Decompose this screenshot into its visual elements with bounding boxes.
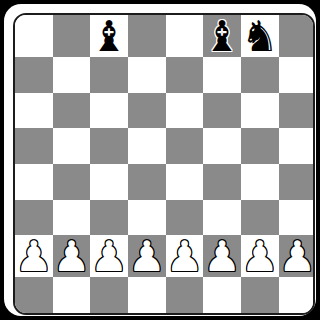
square-c5[interactable] xyxy=(90,128,128,164)
square-h1[interactable] xyxy=(279,277,315,313)
square-b8[interactable] xyxy=(53,15,91,57)
piece-black-bishop-c8[interactable]: ♝ xyxy=(90,16,128,58)
square-g7[interactable] xyxy=(241,57,279,93)
square-b1[interactable] xyxy=(53,277,91,313)
piece-black-knight-g8[interactable]: ♞ xyxy=(241,16,279,58)
square-c7[interactable] xyxy=(90,57,128,93)
square-e5[interactable] xyxy=(166,128,204,164)
square-c6[interactable] xyxy=(90,93,128,129)
square-g1[interactable] xyxy=(241,277,279,313)
page-background: { "game": "chess", "position": { "fen": … xyxy=(0,0,320,320)
square-e7[interactable] xyxy=(166,57,204,93)
square-e1[interactable] xyxy=(166,277,204,313)
square-h3[interactable] xyxy=(279,200,315,236)
square-g4[interactable] xyxy=(241,164,279,200)
piece-white-pawn-f2[interactable]: ♟ xyxy=(203,236,241,278)
piece-white-pawn-c2[interactable]: ♟ xyxy=(90,236,128,278)
piece-white-pawn-d2[interactable]: ♟ xyxy=(128,236,166,278)
square-g5[interactable] xyxy=(241,128,279,164)
square-g3[interactable] xyxy=(241,200,279,236)
square-f2[interactable]: ♟ xyxy=(203,235,241,277)
square-d3[interactable] xyxy=(128,200,166,236)
square-a5[interactable] xyxy=(15,128,53,164)
square-f3[interactable] xyxy=(203,200,241,236)
square-c4[interactable] xyxy=(90,164,128,200)
square-g6[interactable] xyxy=(241,93,279,129)
square-h7[interactable] xyxy=(279,57,315,93)
square-b5[interactable] xyxy=(53,128,91,164)
square-h5[interactable] xyxy=(279,128,315,164)
square-e4[interactable] xyxy=(166,164,204,200)
chess-board: ♝♝♞♟♟♟♟♟♟♟♟ xyxy=(13,13,315,315)
square-f4[interactable] xyxy=(203,164,241,200)
square-a4[interactable] xyxy=(15,164,53,200)
square-f5[interactable] xyxy=(203,128,241,164)
square-d4[interactable] xyxy=(128,164,166,200)
square-h8[interactable] xyxy=(279,15,315,57)
square-f7[interactable] xyxy=(203,57,241,93)
piece-white-pawn-b2[interactable]: ♟ xyxy=(53,236,91,278)
square-e3[interactable] xyxy=(166,200,204,236)
square-d2[interactable]: ♟ xyxy=(128,235,166,277)
square-a6[interactable] xyxy=(15,93,53,129)
square-c1[interactable] xyxy=(90,277,128,313)
square-b2[interactable]: ♟ xyxy=(53,235,91,277)
square-b3[interactable] xyxy=(53,200,91,236)
square-a2[interactable]: ♟ xyxy=(15,235,53,277)
square-b7[interactable] xyxy=(53,57,91,93)
square-a7[interactable] xyxy=(15,57,53,93)
square-c2[interactable]: ♟ xyxy=(90,235,128,277)
square-g8[interactable]: ♞ xyxy=(241,15,279,57)
square-f6[interactable] xyxy=(203,93,241,129)
square-c8[interactable]: ♝ xyxy=(90,15,128,57)
square-b6[interactable] xyxy=(53,93,91,129)
square-a1[interactable] xyxy=(15,277,53,313)
piece-white-pawn-e2[interactable]: ♟ xyxy=(166,236,204,278)
square-d7[interactable] xyxy=(128,57,166,93)
board-card: ♝♝♞♟♟♟♟♟♟♟♟ xyxy=(4,4,316,316)
square-h4[interactable] xyxy=(279,164,315,200)
piece-black-bishop-f8[interactable]: ♝ xyxy=(203,16,241,58)
piece-white-pawn-h2[interactable]: ♟ xyxy=(279,236,315,278)
square-g2[interactable]: ♟ xyxy=(241,235,279,277)
square-b4[interactable] xyxy=(53,164,91,200)
square-d6[interactable] xyxy=(128,93,166,129)
square-d1[interactable] xyxy=(128,277,166,313)
square-c3[interactable] xyxy=(90,200,128,236)
square-e2[interactable]: ♟ xyxy=(166,235,204,277)
square-d8[interactable] xyxy=(128,15,166,57)
square-f8[interactable]: ♝ xyxy=(203,15,241,57)
square-h2[interactable]: ♟ xyxy=(279,235,315,277)
square-f1[interactable] xyxy=(203,277,241,313)
square-a8[interactable] xyxy=(15,15,53,57)
square-e8[interactable] xyxy=(166,15,204,57)
square-a3[interactable] xyxy=(15,200,53,236)
piece-white-pawn-g2[interactable]: ♟ xyxy=(241,236,279,278)
piece-white-pawn-a2[interactable]: ♟ xyxy=(15,236,53,278)
square-e6[interactable] xyxy=(166,93,204,129)
square-d5[interactable] xyxy=(128,128,166,164)
square-h6[interactable] xyxy=(279,93,315,129)
